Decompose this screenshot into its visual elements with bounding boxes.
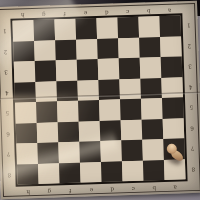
rank-label-1: 1	[184, 15, 193, 36]
square-a3[interactable]	[161, 56, 183, 77]
square-d1[interactable]	[96, 17, 118, 38]
file-label-d: d	[96, 7, 117, 16]
square-c4[interactable]	[119, 78, 141, 99]
square-e8[interactable]	[80, 161, 102, 182]
file-label-a: a	[165, 182, 186, 191]
square-b5[interactable]	[141, 98, 163, 119]
rank-label-3: 3	[186, 56, 195, 77]
square-c3[interactable]	[119, 58, 141, 79]
rank-label-4: 4	[2, 82, 11, 103]
square-f3[interactable]	[56, 60, 78, 81]
file-label-c: c	[117, 7, 138, 16]
square-d6[interactable]	[100, 120, 122, 141]
rank-label-6: 6	[4, 123, 13, 144]
rank-label-5: 5	[187, 97, 196, 118]
file-label-e: e	[81, 185, 102, 194]
square-b2[interactable]	[139, 37, 161, 58]
rank-label-3: 3	[2, 62, 11, 83]
square-e2[interactable]	[76, 39, 98, 60]
file-label-b: b	[144, 183, 165, 192]
square-d3[interactable]	[98, 58, 120, 79]
square-h7[interactable]	[16, 143, 38, 164]
square-d8[interactable]	[101, 161, 123, 182]
square-b3[interactable]	[140, 57, 162, 78]
photo-stage: hgfedcba hgfedcba 12345678 12345678	[0, 0, 200, 200]
square-f8[interactable]	[59, 162, 81, 183]
square-h6[interactable]	[16, 122, 38, 143]
square-e3[interactable]	[77, 59, 99, 80]
square-e7[interactable]	[79, 141, 101, 162]
file-label-c: c	[123, 184, 144, 193]
square-e5[interactable]	[78, 100, 100, 121]
rank-label-1: 1	[0, 21, 9, 42]
file-label-d: d	[102, 184, 123, 193]
square-h5[interactable]	[15, 102, 37, 123]
square-h4[interactable]	[14, 81, 36, 102]
square-h3[interactable]	[14, 61, 36, 82]
square-d2[interactable]	[97, 38, 119, 59]
file-label-f: f	[60, 186, 81, 195]
square-e1[interactable]	[75, 18, 97, 39]
rank-label-4: 4	[186, 76, 195, 97]
file-label-a: a	[159, 5, 180, 14]
file-label-h: h	[18, 187, 39, 196]
square-f4[interactable]	[56, 80, 78, 101]
square-h1[interactable]	[12, 20, 34, 41]
square-g4[interactable]	[35, 81, 57, 102]
square-g2[interactable]	[34, 40, 56, 61]
file-label-g: g	[33, 9, 54, 18]
rank-label-6: 6	[188, 117, 197, 138]
square-g1[interactable]	[33, 19, 55, 40]
file-label-e: e	[75, 8, 96, 17]
square-c5[interactable]	[120, 99, 142, 120]
square-g7[interactable]	[37, 142, 59, 163]
square-b7[interactable]	[142, 139, 164, 160]
square-d5[interactable]	[99, 99, 121, 120]
rank-label-2: 2	[1, 41, 10, 62]
square-f2[interactable]	[55, 39, 77, 60]
square-h2[interactable]	[13, 41, 35, 62]
rank-label-5: 5	[3, 103, 12, 124]
rank-label-8: 8	[189, 158, 198, 179]
rank-label-7: 7	[4, 144, 13, 165]
board-grid	[12, 15, 185, 184]
square-c8[interactable]	[122, 160, 144, 181]
square-a4[interactable]	[161, 77, 183, 98]
square-f1[interactable]	[54, 19, 76, 40]
file-label-g: g	[39, 186, 60, 195]
square-g3[interactable]	[35, 60, 57, 81]
square-a1[interactable]	[159, 15, 181, 36]
square-c6[interactable]	[121, 119, 143, 140]
square-e4[interactable]	[77, 80, 99, 101]
file-label-h: h	[12, 10, 33, 19]
square-c2[interactable]	[118, 37, 140, 58]
rank-label-7: 7	[188, 138, 197, 159]
square-f5[interactable]	[57, 101, 79, 122]
file-label-f: f	[54, 9, 75, 18]
square-g5[interactable]	[36, 101, 58, 122]
square-a2[interactable]	[160, 36, 182, 57]
square-b6[interactable]	[142, 119, 164, 140]
square-b1[interactable]	[138, 16, 160, 37]
square-g6[interactable]	[37, 122, 59, 143]
square-a6[interactable]	[163, 118, 185, 139]
rank-label-2: 2	[185, 36, 194, 57]
playing-area-border	[10, 13, 187, 186]
square-c7[interactable]	[121, 140, 143, 161]
square-f6[interactable]	[58, 121, 80, 142]
square-b8[interactable]	[143, 159, 165, 180]
chessboard: hgfedcba hgfedcba 12345678 12345678	[0, 1, 200, 199]
square-g8[interactable]	[38, 163, 60, 184]
square-a5[interactable]	[162, 97, 184, 118]
square-c1[interactable]	[117, 17, 139, 38]
square-e6[interactable]	[79, 120, 101, 141]
square-d7[interactable]	[100, 140, 122, 161]
rank-label-8: 8	[5, 164, 14, 185]
square-f7[interactable]	[58, 142, 80, 163]
square-h8[interactable]	[17, 163, 39, 184]
file-label-b: b	[138, 6, 159, 15]
square-d4[interactable]	[98, 79, 120, 100]
square-b4[interactable]	[140, 78, 162, 99]
